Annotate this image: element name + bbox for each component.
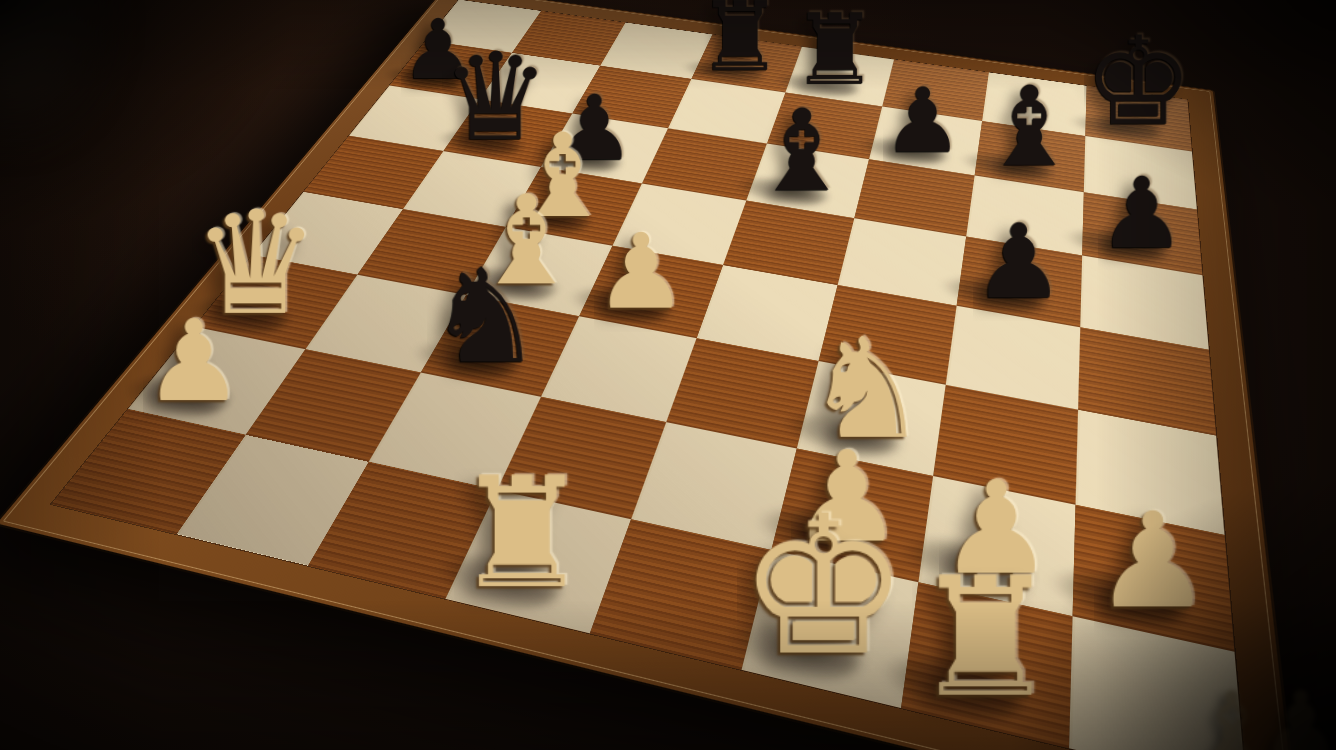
piece-black-rook-d8[interactable]: ♜ [697,0,783,81]
square-h2[interactable]: ♟ [1073,505,1235,652]
piece-white-pawn-h2[interactable]: ♟ [1093,500,1211,621]
chess-photo-scene: ♜♜♚♟♟♝♛♟♝♟♝♟♝♟♛♞♞♟♟♟♟♜♚♜ ♝♟ [0,0,1336,750]
piece-black-pawn-h6[interactable]: ♟ [1097,168,1185,259]
piece-black-bishop-e6[interactable]: ♝ [751,99,852,203]
piece-black-bishop-g7[interactable]: ♝ [980,77,1079,178]
blurred-background-object [0,0,120,152]
piece-white-king-f1[interactable]: ♚ [737,498,909,675]
square-h4[interactable] [1078,327,1216,435]
piece-white-rook-g1[interactable]: ♜ [911,562,1059,713]
square-g1[interactable]: ♜ [901,582,1073,748]
chess-board: ♜♜♚♟♟♝♛♟♝♟♝♟♝♟♛♞♞♟♟♟♟♜♚♜ [0,0,1299,750]
captured-white-pawn: ♟ [1260,672,1336,750]
piece-white-pawn-a2[interactable]: ♟ [143,309,244,413]
piece-black-pawn-g5[interactable]: ♟ [972,214,1064,309]
captured-pieces-tray: ♝♟ [1191,680,1336,750]
piece-black-king-h8[interactable]: ♚ [1083,26,1193,139]
board-grid: ♜♜♚♟♟♝♛♟♝♟♝♟♝♟♛♞♞♟♟♟♟♜♚♜ [51,0,1246,750]
piece-black-rook-e8[interactable]: ♜ [791,5,878,95]
piece-white-pawn-d4[interactable]: ♟ [594,224,687,320]
piece-black-pawn-f7[interactable]: ♟ [882,79,962,161]
piece-white-rook-d1[interactable]: ♜ [453,463,590,603]
piece-black-knight-c3[interactable]: ♞ [426,256,543,376]
